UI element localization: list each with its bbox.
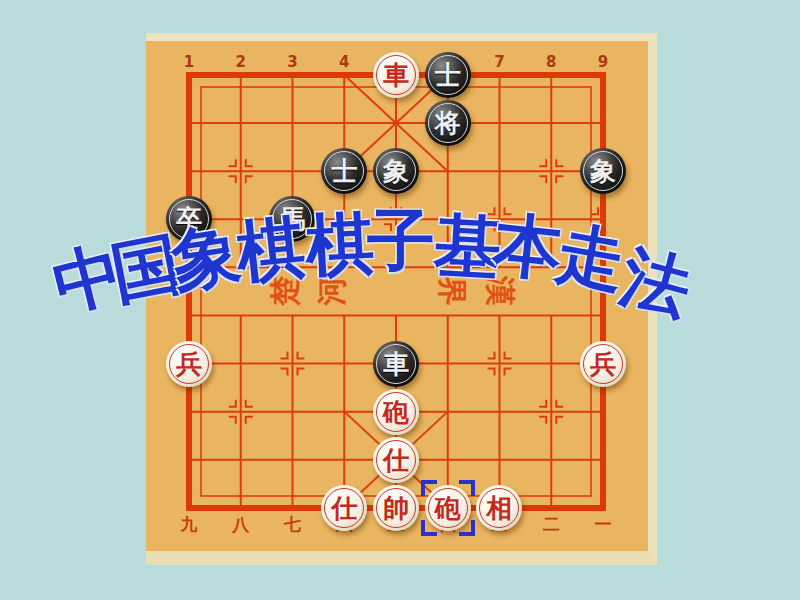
piece-glyph: 砲	[373, 389, 419, 435]
piece-black-advisor[interactable]: 士	[425, 52, 471, 98]
piece-black-chariot[interactable]: 車	[373, 341, 419, 387]
piece-red-advisor[interactable]: 仕	[373, 437, 419, 483]
piece-glyph: 卒	[166, 196, 212, 242]
piece-grid: 車士将士象象卒馬兵車兵砲仕仕帥砲相	[163, 51, 629, 532]
slide-canvas: { "game": "xiangqi", "scene": "xiangqi d…	[0, 0, 800, 600]
piece-glyph: 象	[580, 148, 626, 194]
piece-glyph: 兵	[580, 341, 626, 387]
piece-glyph: 仕	[321, 485, 367, 531]
piece-black-advisor[interactable]: 士	[321, 148, 367, 194]
selection-marker-corner	[421, 480, 437, 496]
title-char: 中	[47, 238, 129, 320]
xiangqi-board-panel: 123456789九八七六五四三二一 楚河界漢 車士将士象象卒馬兵車兵砲仕仕帥砲…	[146, 33, 657, 565]
piece-glyph: 馬	[269, 196, 315, 242]
piece-glyph: 仕	[373, 437, 419, 483]
piece-black-horse[interactable]: 馬	[269, 196, 315, 242]
piece-glyph: 車	[373, 52, 419, 98]
piece-red-cannon[interactable]: 砲	[373, 389, 419, 435]
piece-glyph: 車	[373, 341, 419, 387]
piece-red-soldier[interactable]: 兵	[166, 341, 212, 387]
selection-marker-corner	[459, 520, 475, 536]
piece-red-chariot[interactable]: 車	[373, 52, 419, 98]
selection-marker-corner	[459, 480, 475, 496]
piece-red-soldier[interactable]: 兵	[580, 341, 626, 387]
piece-red-elephant[interactable]: 相	[476, 485, 522, 531]
piece-red-advisor[interactable]: 仕	[321, 485, 367, 531]
piece-glyph: 象	[373, 148, 419, 194]
piece-black-elephant[interactable]: 象	[580, 148, 626, 194]
piece-glyph: 士	[321, 148, 367, 194]
piece-glyph: 将	[425, 100, 471, 146]
piece-red-cannon[interactable]: 砲	[425, 485, 471, 531]
board-surface: 123456789九八七六五四三二一 楚河界漢 車士将士象象卒馬兵車兵砲仕仕帥砲…	[146, 41, 648, 551]
piece-glyph: 相	[476, 485, 522, 531]
piece-red-general[interactable]: 帥	[373, 485, 419, 531]
piece-black-soldier[interactable]: 卒	[166, 196, 212, 242]
piece-black-general[interactable]: 将	[425, 100, 471, 146]
piece-black-elephant[interactable]: 象	[373, 148, 419, 194]
piece-glyph: 兵	[166, 341, 212, 387]
selection-marker-corner	[421, 520, 437, 536]
piece-glyph: 帥	[373, 485, 419, 531]
piece-glyph: 士	[425, 52, 471, 98]
